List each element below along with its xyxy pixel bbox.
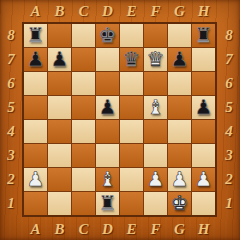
file-label: B xyxy=(48,219,71,239)
piece-white-pawn-f2[interactable]: ♟ xyxy=(147,169,165,189)
square-e1[interactable] xyxy=(120,192,143,215)
piece-black-pawn-d5[interactable]: ♟ xyxy=(99,97,117,117)
file-label: G xyxy=(168,219,191,239)
square-e8[interactable] xyxy=(120,24,143,47)
square-g4[interactable] xyxy=(168,120,191,143)
square-g6[interactable] xyxy=(168,72,191,95)
rank-labels-right: 87654321 xyxy=(219,24,239,215)
square-a5[interactable] xyxy=(24,96,47,119)
file-label: E xyxy=(120,219,143,239)
square-e4[interactable] xyxy=(120,120,143,143)
square-d4[interactable] xyxy=(96,120,119,143)
square-h4[interactable] xyxy=(192,120,215,143)
rank-labels-left: 87654321 xyxy=(1,24,21,215)
square-h8[interactable]: ♜ xyxy=(192,24,215,47)
rank-label: 2 xyxy=(1,168,21,191)
square-a3[interactable] xyxy=(24,144,47,167)
square-h2[interactable]: ♟ xyxy=(192,168,215,191)
file-labels-top: ABCDEFGH xyxy=(24,1,215,21)
rank-label: 5 xyxy=(219,96,239,119)
square-h3[interactable] xyxy=(192,144,215,167)
file-label: H xyxy=(192,219,215,239)
square-f6[interactable] xyxy=(144,72,167,95)
square-f5[interactable]: ♝ xyxy=(144,96,167,119)
piece-black-rook-d1[interactable]: ♜ xyxy=(99,193,117,213)
board-frame: ABCDEFGH 87654321 ♜♚♜♟♟♛♛♟♟♝♟♟♝♟♟♟♜♚ 876… xyxy=(0,0,240,240)
chess-board: ♜♚♜♟♟♛♛♟♟♝♟♟♝♟♟♟♜♚ xyxy=(22,22,217,217)
file-label: B xyxy=(48,1,71,21)
square-a1[interactable] xyxy=(24,192,47,215)
square-a4[interactable] xyxy=(24,120,47,143)
square-f4[interactable] xyxy=(144,120,167,143)
file-labels-bottom: ABCDEFGH xyxy=(24,219,215,239)
rank-label: 2 xyxy=(219,168,239,191)
piece-white-bishop-f5[interactable]: ♝ xyxy=(147,97,165,117)
rank-label: 8 xyxy=(219,24,239,47)
square-c1[interactable] xyxy=(72,192,95,215)
square-e6[interactable] xyxy=(120,72,143,95)
piece-black-pawn-b7[interactable]: ♟ xyxy=(51,49,69,69)
file-label: C xyxy=(72,1,95,21)
rank-label: 7 xyxy=(1,48,21,71)
piece-black-pawn-h5[interactable]: ♟ xyxy=(195,97,213,117)
file-label: D xyxy=(96,219,119,239)
square-c7[interactable] xyxy=(72,48,95,71)
square-b5[interactable] xyxy=(48,96,71,119)
file-label: A xyxy=(24,219,47,239)
rank-label: 3 xyxy=(1,144,21,167)
square-h5[interactable]: ♟ xyxy=(192,96,215,119)
square-f8[interactable] xyxy=(144,24,167,47)
square-f7[interactable]: ♛ xyxy=(144,48,167,71)
square-c4[interactable] xyxy=(72,120,95,143)
rank-label: 6 xyxy=(1,72,21,95)
rank-label: 4 xyxy=(219,120,239,143)
square-g8[interactable] xyxy=(168,24,191,47)
rank-label: 4 xyxy=(1,120,21,143)
square-d3[interactable] xyxy=(96,144,119,167)
piece-white-queen-f7[interactable]: ♛ xyxy=(147,49,165,69)
square-b4[interactable] xyxy=(48,120,71,143)
square-g2[interactable]: ♟ xyxy=(168,168,191,191)
square-h7[interactable] xyxy=(192,48,215,71)
piece-black-king-d8[interactable]: ♚ xyxy=(99,25,117,45)
rank-label: 3 xyxy=(219,144,239,167)
piece-black-rook-a8[interactable]: ♜ xyxy=(27,25,45,45)
square-c6[interactable] xyxy=(72,72,95,95)
piece-white-king-g1[interactable]: ♚ xyxy=(171,193,189,213)
square-b6[interactable] xyxy=(48,72,71,95)
square-d8[interactable]: ♚ xyxy=(96,24,119,47)
square-c5[interactable] xyxy=(72,96,95,119)
square-b2[interactable] xyxy=(48,168,71,191)
rank-label: 7 xyxy=(219,48,239,71)
rank-label: 6 xyxy=(219,72,239,95)
file-label: D xyxy=(96,1,119,21)
square-h6[interactable] xyxy=(192,72,215,95)
piece-white-pawn-g2[interactable]: ♟ xyxy=(171,169,189,189)
file-label: F xyxy=(144,219,167,239)
square-g5[interactable] xyxy=(168,96,191,119)
square-b1[interactable] xyxy=(48,192,71,215)
square-g1[interactable]: ♚ xyxy=(168,192,191,215)
file-label: H xyxy=(192,1,215,21)
square-d1[interactable]: ♜ xyxy=(96,192,119,215)
rank-label: 8 xyxy=(1,24,21,47)
square-a8[interactable]: ♜ xyxy=(24,24,47,47)
square-e5[interactable] xyxy=(120,96,143,119)
square-b7[interactable]: ♟ xyxy=(48,48,71,71)
square-f2[interactable]: ♟ xyxy=(144,168,167,191)
piece-white-pawn-a2[interactable]: ♟ xyxy=(27,169,45,189)
piece-white-pawn-h2[interactable]: ♟ xyxy=(195,169,213,189)
file-label: C xyxy=(72,219,95,239)
square-d5[interactable]: ♟ xyxy=(96,96,119,119)
file-label: E xyxy=(120,1,143,21)
square-g3[interactable] xyxy=(168,144,191,167)
rank-label: 1 xyxy=(219,192,239,215)
file-label: G xyxy=(168,1,191,21)
square-d6[interactable] xyxy=(96,72,119,95)
square-a7[interactable]: ♟ xyxy=(24,48,47,71)
square-a2[interactable]: ♟ xyxy=(24,168,47,191)
rank-label: 1 xyxy=(1,192,21,215)
square-b3[interactable] xyxy=(48,144,71,167)
square-f3[interactable] xyxy=(144,144,167,167)
square-c8[interactable] xyxy=(72,24,95,47)
rank-label: 5 xyxy=(1,96,21,119)
square-b8[interactable] xyxy=(48,24,71,47)
piece-black-queen-e7[interactable]: ♛ xyxy=(123,49,141,69)
file-label: F xyxy=(144,1,167,21)
piece-white-bishop-d2[interactable]: ♝ xyxy=(99,169,117,189)
square-d2[interactable]: ♝ xyxy=(96,168,119,191)
square-d7[interactable] xyxy=(96,48,119,71)
square-e2[interactable] xyxy=(120,168,143,191)
square-h1[interactable] xyxy=(192,192,215,215)
square-e7[interactable]: ♛ xyxy=(120,48,143,71)
square-c2[interactable] xyxy=(72,168,95,191)
file-label: A xyxy=(24,1,47,21)
square-g7[interactable]: ♟ xyxy=(168,48,191,71)
piece-black-rook-h8[interactable]: ♜ xyxy=(195,25,213,45)
square-e3[interactable] xyxy=(120,144,143,167)
square-a6[interactable] xyxy=(24,72,47,95)
piece-black-pawn-g7[interactable]: ♟ xyxy=(171,49,189,69)
square-c3[interactable] xyxy=(72,144,95,167)
square-f1[interactable] xyxy=(144,192,167,215)
piece-black-pawn-a7[interactable]: ♟ xyxy=(27,49,45,69)
